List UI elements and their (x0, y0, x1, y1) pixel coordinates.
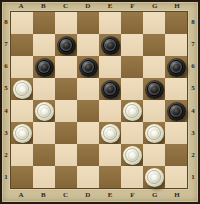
black-man-h4[interactable] (167, 102, 186, 121)
square-g8[interactable] (143, 12, 165, 34)
rank-label-right-1: 1 (188, 167, 198, 189)
square-g5[interactable] (143, 78, 165, 100)
file-labels-top: ABCDEFGH (10, 2, 188, 11)
square-d6[interactable] (77, 56, 99, 78)
file-label-bottom-d: D (77, 189, 99, 202)
square-c6[interactable] (55, 56, 77, 78)
square-b3[interactable] (33, 122, 55, 144)
square-e6[interactable] (99, 56, 121, 78)
black-man-h6[interactable] (167, 58, 186, 77)
rank-label-right-3: 3 (188, 122, 198, 144)
square-b1[interactable] (33, 166, 55, 188)
square-a2[interactable] (11, 144, 33, 166)
rank-label-right-8: 8 (188, 11, 198, 33)
white-man-g3[interactable] (145, 124, 164, 143)
white-man-e3[interactable] (101, 124, 120, 143)
square-d2[interactable] (77, 144, 99, 166)
square-c7[interactable] (55, 34, 77, 56)
square-d8[interactable] (77, 12, 99, 34)
white-man-g1[interactable] (145, 168, 164, 187)
square-a6[interactable] (11, 56, 33, 78)
white-man-f4[interactable] (123, 102, 142, 121)
rank-label-left-3: 3 (2, 122, 10, 144)
square-f1[interactable] (121, 166, 143, 188)
file-label-top-d: D (77, 2, 99, 11)
square-g7[interactable] (143, 34, 165, 56)
square-b6[interactable] (33, 56, 55, 78)
square-h3[interactable] (165, 122, 187, 144)
file-label-top-h: H (166, 2, 188, 11)
square-h6[interactable] (165, 56, 187, 78)
square-f4[interactable] (121, 100, 143, 122)
file-label-bottom-f: F (121, 189, 143, 202)
square-b4[interactable] (33, 100, 55, 122)
square-f8[interactable] (121, 12, 143, 34)
rank-label-left-8: 8 (2, 11, 10, 33)
square-d5[interactable] (77, 78, 99, 100)
file-label-bottom-b: B (32, 189, 54, 202)
square-a3[interactable] (11, 122, 33, 144)
rank-label-left-4: 4 (2, 100, 10, 122)
square-g4[interactable] (143, 100, 165, 122)
rank-labels-right: 87654321 (188, 11, 198, 189)
rank-label-right-7: 7 (188, 33, 198, 55)
black-man-g5[interactable] (145, 80, 164, 99)
black-man-b6[interactable] (35, 58, 54, 77)
square-b5[interactable] (33, 78, 55, 100)
rank-label-right-6: 6 (188, 56, 198, 78)
file-label-bottom-a: A (10, 189, 32, 202)
file-label-top-c: C (55, 2, 77, 11)
rank-label-left-1: 1 (2, 167, 10, 189)
white-man-a3[interactable] (13, 124, 32, 143)
square-a4[interactable] (11, 100, 33, 122)
rank-label-left-5: 5 (2, 78, 10, 100)
checkers-app: ABCDEFGH 87654321 87654321 ABCDEFGH (0, 0, 200, 204)
square-e8[interactable] (99, 12, 121, 34)
rank-label-right-5: 5 (188, 78, 198, 100)
black-man-c7[interactable] (57, 36, 76, 55)
rank-label-left-2: 2 (2, 145, 10, 167)
file-label-bottom-c: C (55, 189, 77, 202)
square-f7[interactable] (121, 34, 143, 56)
square-h4[interactable] (165, 100, 187, 122)
board-frame: ABCDEFGH 87654321 87654321 ABCDEFGH (2, 2, 198, 202)
white-man-b4[interactable] (35, 102, 54, 121)
square-f6[interactable] (121, 56, 143, 78)
square-c3[interactable] (55, 122, 77, 144)
square-c5[interactable] (55, 78, 77, 100)
square-a8[interactable] (11, 12, 33, 34)
file-label-top-f: F (121, 2, 143, 11)
square-h5[interactable] (165, 78, 187, 100)
square-c1[interactable] (55, 166, 77, 188)
square-e5[interactable] (99, 78, 121, 100)
rank-label-right-4: 4 (188, 100, 198, 122)
square-g1[interactable] (143, 166, 165, 188)
black-man-e5[interactable] (101, 80, 120, 99)
square-h1[interactable] (165, 166, 187, 188)
file-label-top-g: G (144, 2, 166, 11)
square-e4[interactable] (99, 100, 121, 122)
square-f2[interactable] (121, 144, 143, 166)
square-d4[interactable] (77, 100, 99, 122)
square-f3[interactable] (121, 122, 143, 144)
square-d1[interactable] (77, 166, 99, 188)
rank-label-left-7: 7 (2, 33, 10, 55)
square-e7[interactable] (99, 34, 121, 56)
square-e1[interactable] (99, 166, 121, 188)
rank-label-left-6: 6 (2, 56, 10, 78)
square-c4[interactable] (55, 100, 77, 122)
square-c8[interactable] (55, 12, 77, 34)
white-man-f2[interactable] (123, 146, 142, 165)
file-label-bottom-g: G (144, 189, 166, 202)
square-a7[interactable] (11, 34, 33, 56)
square-c2[interactable] (55, 144, 77, 166)
board-grid (10, 11, 188, 189)
file-label-bottom-e: E (99, 189, 121, 202)
square-g6[interactable] (143, 56, 165, 78)
square-b2[interactable] (33, 144, 55, 166)
file-label-top-b: B (32, 2, 54, 11)
square-d7[interactable] (77, 34, 99, 56)
square-a5[interactable] (11, 78, 33, 100)
black-man-e7[interactable] (101, 36, 120, 55)
white-man-a5[interactable] (13, 80, 32, 99)
file-labels-bottom: ABCDEFGH (10, 189, 188, 202)
square-h2[interactable] (165, 144, 187, 166)
square-e2[interactable] (99, 144, 121, 166)
file-label-top-a: A (10, 2, 32, 11)
square-h7[interactable] (165, 34, 187, 56)
rank-labels-left: 87654321 (2, 11, 10, 189)
square-b8[interactable] (33, 12, 55, 34)
square-g2[interactable] (143, 144, 165, 166)
rank-label-right-2: 2 (188, 145, 198, 167)
square-e3[interactable] (99, 122, 121, 144)
square-a1[interactable] (11, 166, 33, 188)
file-label-bottom-h: H (166, 189, 188, 202)
square-h8[interactable] (165, 12, 187, 34)
square-g3[interactable] (143, 122, 165, 144)
square-d3[interactable] (77, 122, 99, 144)
file-label-top-e: E (99, 2, 121, 11)
black-man-d6[interactable] (79, 58, 98, 77)
square-f5[interactable] (121, 78, 143, 100)
square-b7[interactable] (33, 34, 55, 56)
